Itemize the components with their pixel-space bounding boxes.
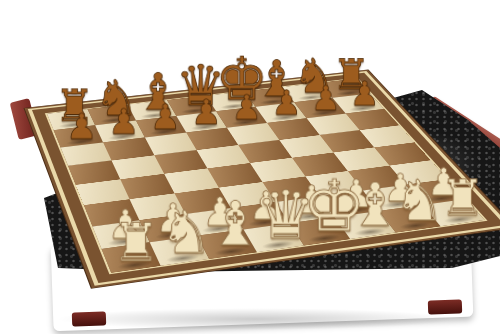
dark-pawn: ♟	[60, 109, 103, 144]
dark-pawn: ♟	[103, 105, 146, 140]
dark-pawn: ♟	[305, 82, 346, 116]
square-a1: ♜	[102, 242, 161, 272]
product-photo: ♜♞♝♛♚♝♞♜♟♟♟♟♟♟♟♟♟♟♟♟♟♟♟♟♜♞♝♛♚♝♞♜	[0, 0, 500, 334]
dark-pawn: ♟	[144, 100, 186, 135]
light-rook: ♜	[438, 173, 486, 223]
square-a7: ♟	[54, 125, 103, 147]
light-rook: ♜	[111, 216, 161, 269]
dark-pawn: ♟	[226, 91, 268, 125]
dark-pawn: ♟	[185, 95, 227, 129]
light-knight: ♞	[160, 203, 210, 262]
light-bishop: ♝	[208, 194, 258, 255]
dark-pawn: ♟	[266, 86, 307, 120]
dark-pawn: ♟	[344, 77, 385, 110]
light-queen: ♛	[256, 181, 305, 248]
